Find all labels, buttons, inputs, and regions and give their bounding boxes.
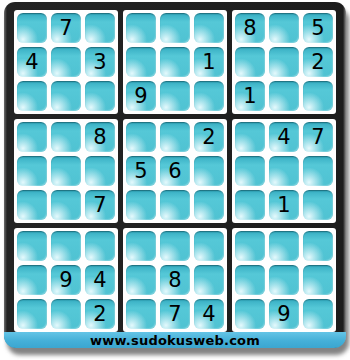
given-digit: 1 [277,194,290,216]
given-digit: 4 [25,51,38,73]
box-3-3: 9 [232,228,336,332]
sudoku-grid: 743198521872564719428749 [14,10,336,332]
cell-r5c1[interactable] [17,156,47,186]
cell-r4c4[interactable] [126,122,156,152]
given-digit: 7 [93,194,106,216]
cell-r2c6[interactable]: 1 [194,47,224,77]
cell-r9c3[interactable]: 2 [85,299,115,329]
cell-r6c2[interactable] [51,190,81,220]
given-digit: 1 [202,51,215,73]
cell-r3c4[interactable]: 9 [126,81,156,111]
cell-r5c6[interactable] [194,156,224,186]
cell-r8c3[interactable]: 4 [85,265,115,295]
cell-r2c3[interactable]: 3 [85,47,115,77]
cell-r4c6[interactable]: 2 [194,122,224,152]
cell-r8c1[interactable] [17,265,47,295]
cell-r1c3[interactable] [85,13,115,43]
box-2-2: 256 [123,119,227,223]
given-digit: 2 [311,51,324,73]
cell-r3c3[interactable] [85,81,115,111]
given-digit: 8 [243,17,256,39]
cell-r7c6[interactable] [194,231,224,261]
cell-r6c5[interactable] [160,190,190,220]
cell-r7c8[interactable] [269,231,299,261]
cell-r8c2[interactable]: 9 [51,265,81,295]
cell-r8c8[interactable] [269,265,299,295]
given-digit: 9 [277,303,290,325]
cell-r5c4[interactable]: 5 [126,156,156,186]
given-digit: 2 [93,303,106,325]
cell-r3c8[interactable] [269,81,299,111]
given-digit: 7 [168,303,181,325]
cell-r8c9[interactable] [303,265,333,295]
cell-r1c7[interactable]: 8 [235,13,265,43]
box-1-1: 743 [14,10,118,114]
cell-r1c2[interactable]: 7 [51,13,81,43]
cell-r1c1[interactable] [17,13,47,43]
cell-r1c6[interactable] [194,13,224,43]
cell-r7c7[interactable] [235,231,265,261]
given-digit: 7 [311,126,324,148]
cell-r5c9[interactable] [303,156,333,186]
given-digit: 3 [93,51,106,73]
cell-r8c4[interactable] [126,265,156,295]
given-digit: 4 [93,269,106,291]
cell-r3c5[interactable] [160,81,190,111]
given-digit: 5 [134,160,147,182]
cell-r3c2[interactable] [51,81,81,111]
given-digit: 8 [93,126,106,148]
cell-r3c6[interactable] [194,81,224,111]
sudoku-board: 743198521872564719428749 www.sudokusweb.… [4,2,346,348]
cell-r6c3[interactable]: 7 [85,190,115,220]
given-digit: 5 [311,17,324,39]
box-2-1: 87 [14,119,118,223]
cell-r2c1[interactable]: 4 [17,47,47,77]
cell-r8c7[interactable] [235,265,265,295]
cell-r9c8[interactable]: 9 [269,299,299,329]
given-digit: 1 [243,85,256,107]
cell-r7c5[interactable] [160,231,190,261]
cell-r8c5[interactable]: 8 [160,265,190,295]
given-digit: 8 [168,269,181,291]
footer-band: www.sudokusweb.com [4,332,346,348]
cell-r5c8[interactable] [269,156,299,186]
cell-r4c3[interactable]: 8 [85,122,115,152]
cell-r4c9[interactable]: 7 [303,122,333,152]
cell-r4c2[interactable] [51,122,81,152]
given-digit: 2 [202,126,215,148]
box-3-1: 942 [14,228,118,332]
site-url: www.sudokusweb.com [90,333,260,348]
cell-r6c1[interactable] [17,190,47,220]
cell-r7c1[interactable] [17,231,47,261]
given-digit: 7 [59,17,72,39]
cell-r2c4[interactable] [126,47,156,77]
cell-r9c9[interactable] [303,299,333,329]
cell-r7c3[interactable] [85,231,115,261]
cell-r2c5[interactable] [160,47,190,77]
cell-r1c9[interactable]: 5 [303,13,333,43]
cell-r7c2[interactable] [51,231,81,261]
cell-r1c4[interactable] [126,13,156,43]
cell-r4c7[interactable] [235,122,265,152]
cell-r6c6[interactable] [194,190,224,220]
given-digit: 9 [134,85,147,107]
given-digit: 4 [202,303,215,325]
box-2-3: 471 [232,119,336,223]
cell-r9c7[interactable] [235,299,265,329]
given-digit: 6 [168,160,181,182]
cell-r6c7[interactable] [235,190,265,220]
cell-r6c8[interactable]: 1 [269,190,299,220]
cell-r2c8[interactable] [269,47,299,77]
cell-r5c2[interactable] [51,156,81,186]
cell-r2c9[interactable]: 2 [303,47,333,77]
cell-r6c9[interactable] [303,190,333,220]
given-digit: 9 [59,269,72,291]
cell-r3c1[interactable] [17,81,47,111]
cell-r4c1[interactable] [17,122,47,152]
cell-r3c9[interactable] [303,81,333,111]
cell-r5c5[interactable]: 6 [160,156,190,186]
cell-r1c5[interactable] [160,13,190,43]
cell-r9c1[interactable] [17,299,47,329]
cell-r9c5[interactable]: 7 [160,299,190,329]
cell-r4c5[interactable] [160,122,190,152]
cell-r6c4[interactable] [126,190,156,220]
box-1-3: 8521 [232,10,336,114]
cell-r9c2[interactable] [51,299,81,329]
cell-r2c7[interactable] [235,47,265,77]
given-digit: 4 [277,126,290,148]
cell-r7c9[interactable] [303,231,333,261]
cell-r2c2[interactable] [51,47,81,77]
cell-r8c6[interactable] [194,265,224,295]
cell-r3c7[interactable]: 1 [235,81,265,111]
cell-r9c6[interactable]: 4 [194,299,224,329]
cell-r5c7[interactable] [235,156,265,186]
cell-r9c4[interactable] [126,299,156,329]
box-3-2: 874 [123,228,227,332]
cell-r1c8[interactable] [269,13,299,43]
box-1-2: 19 [123,10,227,114]
cell-r7c4[interactable] [126,231,156,261]
cell-r4c8[interactable]: 4 [269,122,299,152]
cell-r5c3[interactable] [85,156,115,186]
